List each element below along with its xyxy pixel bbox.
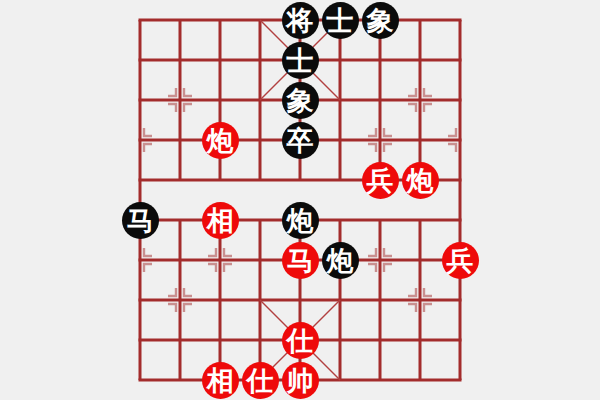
piece-red-cannon[interactable]: 炮 (402, 162, 439, 199)
piece-black-advisor[interactable]: 士 (282, 42, 319, 79)
board-cell: 炮 (200, 120, 240, 160)
piece-black-general[interactable]: 将 (282, 2, 319, 39)
piece-red-soldier[interactable]: 兵 (362, 162, 399, 199)
board-cell: 象 (280, 80, 320, 120)
piece-grid: 将士象士象炮卒兵炮马相炮马炮兵仕相仕帅 (120, 0, 480, 400)
piece-black-cannon[interactable]: 炮 (282, 202, 319, 239)
board-cell: 炮 (400, 160, 440, 200)
board-cell: 兵 (440, 240, 480, 280)
board-cell: 相 (200, 200, 240, 240)
board-cell: 象 (360, 0, 400, 40)
piece-red-elephant[interactable]: 相 (202, 362, 239, 399)
piece-red-elephant[interactable]: 相 (202, 202, 239, 239)
board-cell: 马 (120, 200, 160, 240)
xiangqi-board[interactable]: 将士象士象炮卒兵炮马相炮马炮兵仕相仕帅 (0, 0, 600, 400)
piece-red-cannon[interactable]: 炮 (202, 122, 239, 159)
piece-red-advisor[interactable]: 仕 (282, 322, 319, 359)
board-cell: 仕 (240, 360, 280, 400)
board-cell: 帅 (280, 360, 320, 400)
board-cell: 炮 (320, 240, 360, 280)
piece-black-elephant[interactable]: 象 (282, 82, 319, 119)
piece-red-general[interactable]: 帅 (282, 362, 319, 399)
piece-red-horse[interactable]: 马 (282, 242, 319, 279)
board-cell: 士 (320, 0, 360, 40)
piece-black-soldier[interactable]: 卒 (282, 122, 319, 159)
piece-black-horse[interactable]: 马 (122, 202, 159, 239)
board-cell: 炮 (280, 200, 320, 240)
piece-black-advisor[interactable]: 士 (322, 2, 359, 39)
board-cell: 仕 (280, 320, 320, 360)
board-cell: 卒 (280, 120, 320, 160)
board-cell: 士 (280, 40, 320, 80)
board-cell: 相 (200, 360, 240, 400)
piece-red-advisor[interactable]: 仕 (242, 362, 279, 399)
board-cell: 兵 (360, 160, 400, 200)
board-cell: 马 (280, 240, 320, 280)
board-cell: 将 (280, 0, 320, 40)
piece-black-elephant[interactable]: 象 (362, 2, 399, 39)
piece-red-soldier[interactable]: 兵 (442, 242, 479, 279)
piece-black-cannon[interactable]: 炮 (322, 242, 359, 279)
